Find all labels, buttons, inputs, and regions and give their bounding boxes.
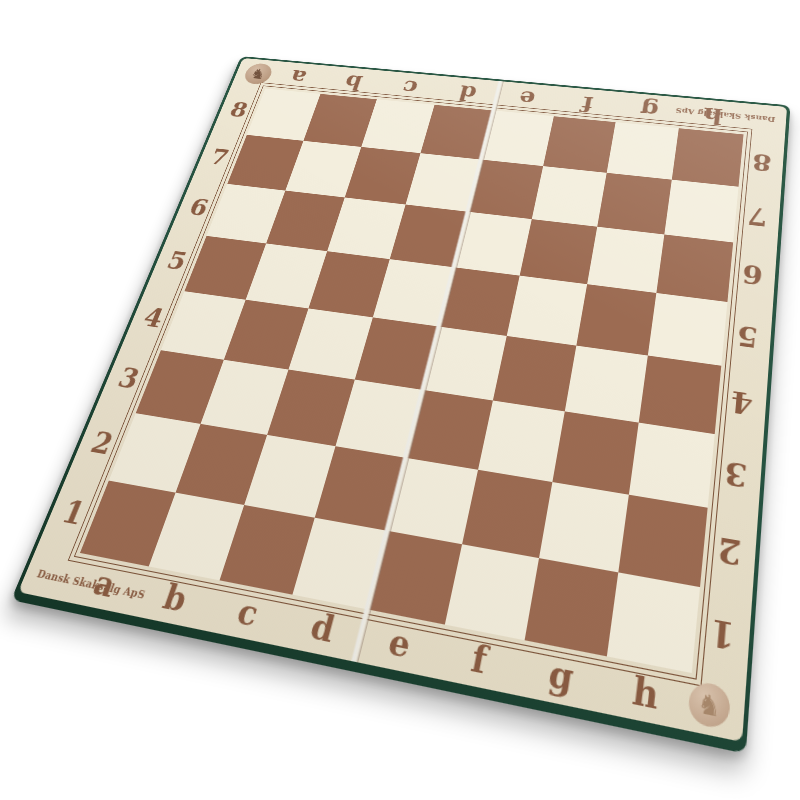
board-face: aabbccddeeffgghh8877665544332211 ♞ ♞ Dan…: [18, 58, 787, 742]
square-g6: [587, 227, 664, 293]
rank-label-right-7: 7: [734, 187, 780, 248]
knight-glyph: ♞: [696, 689, 722, 721]
square-f4: [493, 336, 576, 411]
square-h3: [629, 423, 715, 508]
square-g1: [525, 558, 619, 656]
square-h4: [639, 356, 722, 435]
file-label-top-f: f: [554, 87, 621, 121]
square-f5: [507, 276, 587, 346]
square-f2: [462, 470, 552, 558]
file-label-top-b: b: [321, 66, 386, 98]
square-g2: [539, 482, 629, 572]
square-g4: [565, 346, 648, 423]
square-g3: [552, 411, 638, 494]
rank-label-right-2: 2: [701, 508, 757, 596]
file-label-top-e: e: [494, 82, 560, 116]
square-f1: [445, 544, 539, 640]
square-f3: [478, 401, 565, 483]
knight-medallion-icon: ♞: [687, 680, 731, 731]
knight-glyph: ♞: [248, 67, 268, 82]
product-photo: aabbccddeeffgghh8877665544332211 ♞ ♞ Dan…: [0, 0, 800, 800]
rank-label-right-3: 3: [709, 434, 763, 516]
square-h7: [664, 180, 738, 243]
square-f6: [520, 219, 598, 284]
rank-label-right-6: 6: [728, 243, 776, 308]
file-label-top-c: c: [377, 71, 443, 104]
square-g8: [607, 122, 679, 180]
square-h8: [672, 128, 744, 186]
file-label-top-a: a: [266, 62, 331, 94]
file-label-top-g: g: [616, 93, 683, 128]
rank-label-right-4: 4: [716, 366, 768, 441]
rank-label-right-8: 8: [739, 134, 784, 191]
square-g7: [597, 173, 672, 235]
square-f7: [532, 166, 607, 227]
square-h5: [648, 293, 728, 366]
square-h6: [656, 234, 733, 302]
square-h2: [618, 495, 707, 587]
square-g5: [576, 284, 656, 355]
rank-label-right-5: 5: [722, 302, 772, 372]
chessboard: aabbccddeeffgghh8877665544332211 ♞ ♞ Dan…: [18, 58, 787, 742]
square-f8: [543, 116, 615, 173]
square-h1: [607, 572, 700, 673]
rank-label-right-1: 1: [693, 587, 751, 683]
